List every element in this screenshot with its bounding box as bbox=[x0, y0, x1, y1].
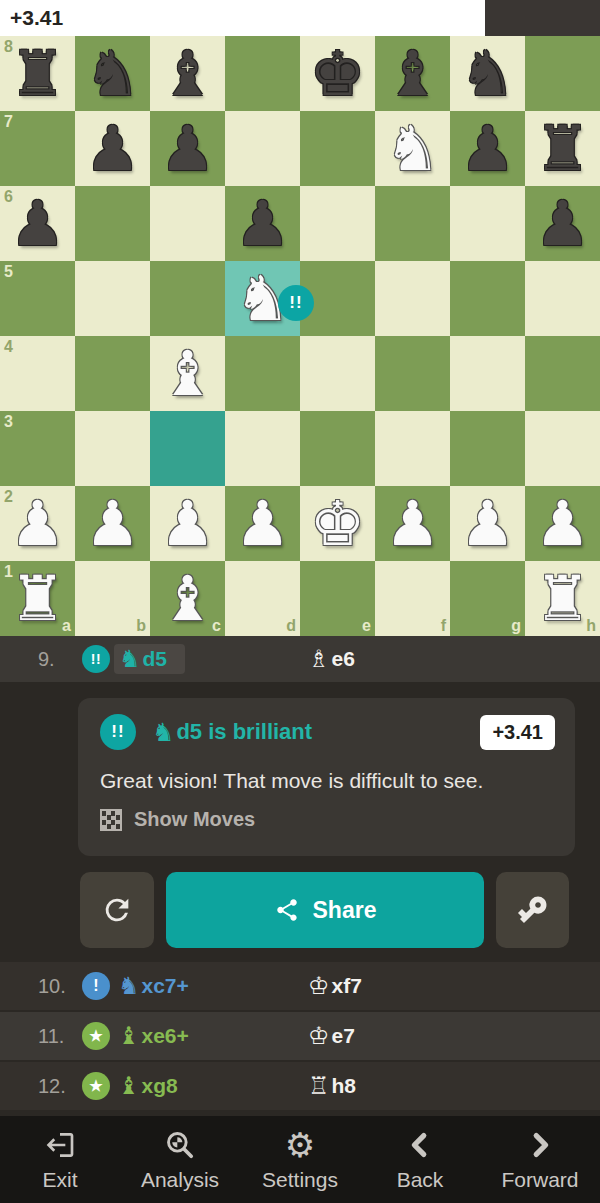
black-move[interactable]: ♔ xf7 bbox=[308, 974, 362, 998]
nav-item-analysis[interactable]: Analysis bbox=[120, 1116, 240, 1203]
square-g8[interactable]: ♞ bbox=[450, 36, 525, 111]
square-d3[interactable] bbox=[225, 411, 300, 486]
file-label-g: g bbox=[511, 618, 521, 634]
square-g6[interactable] bbox=[450, 186, 525, 261]
share-button[interactable]: Share bbox=[166, 872, 484, 948]
white-pawn: ♟ bbox=[10, 486, 66, 561]
move-row-9[interactable]: 9. !! ♞ d5 ♗ e6 bbox=[0, 636, 600, 682]
square-a1[interactable]: 1a♜ bbox=[0, 561, 75, 636]
square-e6[interactable] bbox=[300, 186, 375, 261]
rank-label-8: 8 bbox=[4, 39, 13, 55]
square-g2[interactable]: ♟ bbox=[450, 486, 525, 561]
square-g1[interactable]: g bbox=[450, 561, 525, 636]
white-rook: ♜ bbox=[535, 561, 591, 636]
black-knight: ♞ bbox=[460, 36, 516, 111]
move-row-11[interactable]: 11. ★ ♝ xe6+ ♔ e7 bbox=[0, 1012, 600, 1060]
show-moves-label: Show Moves bbox=[134, 808, 255, 831]
square-c4[interactable]: ♝ bbox=[150, 336, 225, 411]
white-move-text: xe6+ bbox=[142, 1024, 189, 1048]
chess-board[interactable]: !! 8♜♞♝♚♝♞7♟♟♞♟♜6♟♟♟5♞4♝32♟♟♟♟♚♟♟♟1a♜bc♝… bbox=[0, 36, 600, 636]
rank-label-3: 3 bbox=[4, 414, 13, 430]
square-c6[interactable] bbox=[150, 186, 225, 261]
rank-label-2: 2 bbox=[4, 489, 13, 505]
square-d6[interactable]: ♟ bbox=[225, 186, 300, 261]
checkerboard-icon bbox=[100, 809, 122, 831]
black-pawn: ♟ bbox=[10, 186, 66, 261]
square-b5[interactable] bbox=[75, 261, 150, 336]
nav-label-forward: Forward bbox=[501, 1168, 578, 1192]
king-figurine-icon: ♔ bbox=[308, 974, 330, 998]
rank-label-1: 1 bbox=[4, 564, 13, 580]
nav-item-forward[interactable]: Forward bbox=[480, 1116, 600, 1203]
nav-item-back[interactable]: Back bbox=[360, 1116, 480, 1203]
white-bishop: ♝ bbox=[160, 336, 216, 411]
square-h8[interactable] bbox=[525, 36, 600, 111]
white-pawn: ♟ bbox=[85, 486, 141, 561]
rank-label-4: 4 bbox=[4, 339, 13, 355]
square-b7[interactable]: ♟ bbox=[75, 111, 150, 186]
square-a5[interactable]: 5 bbox=[0, 261, 75, 336]
file-label-b: b bbox=[136, 618, 146, 634]
white-rook: ♜ bbox=[10, 561, 66, 636]
brilliant-move-badge: !! bbox=[278, 285, 314, 321]
settings-icon: ⚙ bbox=[285, 1129, 315, 1161]
rank-label-5: 5 bbox=[4, 264, 13, 280]
nav-label-settings: Settings bbox=[262, 1168, 338, 1192]
eval-score-pill: +3.41 bbox=[480, 715, 555, 750]
white-pawn: ♟ bbox=[535, 486, 591, 561]
move-row-12[interactable]: 12. ★ ♝ xg8 ♖ h8 bbox=[0, 1062, 600, 1110]
square-e3[interactable] bbox=[300, 411, 375, 486]
square-f1[interactable]: f bbox=[375, 561, 450, 636]
white-pawn: ♟ bbox=[160, 486, 216, 561]
white-move[interactable]: ♝ xg8 bbox=[118, 1074, 178, 1098]
move-number: 9. bbox=[38, 648, 82, 671]
square-a3[interactable]: 3 bbox=[0, 411, 75, 486]
card-header: !! ♞ d5 is brilliant +3.41 bbox=[78, 698, 575, 750]
eval-score: +3.41 bbox=[10, 0, 63, 36]
square-e4[interactable] bbox=[300, 336, 375, 411]
move-number: 11. bbox=[38, 1025, 82, 1048]
nav-item-exit[interactable]: Exit bbox=[0, 1116, 120, 1203]
knight-figurine-icon: ♞ bbox=[152, 720, 174, 745]
square-a4[interactable]: 4 bbox=[0, 336, 75, 411]
square-c5[interactable] bbox=[150, 261, 225, 336]
square-b8[interactable]: ♞ bbox=[75, 36, 150, 111]
file-label-f: f bbox=[441, 618, 446, 634]
current-move-pill[interactable]: ♞ d5 bbox=[114, 644, 185, 674]
share-icon bbox=[274, 897, 300, 923]
best-badge-icon: ★ bbox=[82, 1022, 110, 1050]
brilliant-badge-icon: !! bbox=[100, 714, 136, 750]
white-move[interactable]: ♞ xc7+ bbox=[118, 974, 189, 998]
black-move-text: e7 bbox=[332, 1024, 355, 1048]
square-h7[interactable]: ♜ bbox=[525, 111, 600, 186]
square-f2[interactable]: ♟ bbox=[375, 486, 450, 561]
square-a2[interactable]: 2♟ bbox=[0, 486, 75, 561]
square-b1[interactable]: b bbox=[75, 561, 150, 636]
knight-figurine-icon: ♞ bbox=[119, 647, 141, 671]
square-f6[interactable] bbox=[375, 186, 450, 261]
bishop-figurine-icon: ♝ bbox=[118, 1024, 140, 1048]
black-move-text: xf7 bbox=[332, 974, 362, 998]
file-label-e: e bbox=[362, 618, 371, 634]
white-move-text: xc7+ bbox=[142, 974, 189, 998]
black-pawn: ♟ bbox=[235, 186, 291, 261]
black-move[interactable]: ♔ e7 bbox=[308, 1024, 355, 1048]
square-c2[interactable]: ♟ bbox=[150, 486, 225, 561]
square-h4[interactable] bbox=[525, 336, 600, 411]
square-d4[interactable] bbox=[225, 336, 300, 411]
eval-bar: +3.41 bbox=[0, 0, 600, 36]
file-label-c: c bbox=[212, 618, 221, 634]
square-b6[interactable] bbox=[75, 186, 150, 261]
card-body-text: Great vision! That move is difficult to … bbox=[78, 750, 575, 793]
square-e1[interactable]: e bbox=[300, 561, 375, 636]
black-move-text: e6 bbox=[332, 647, 355, 671]
key-button[interactable] bbox=[496, 872, 569, 948]
square-e7[interactable] bbox=[300, 111, 375, 186]
eval-bar-black-segment bbox=[485, 0, 600, 36]
square-e2[interactable]: ♚ bbox=[300, 486, 375, 561]
move-row-10[interactable]: 10. ! ♞ xc7+ ♔ xf7 bbox=[0, 962, 600, 1010]
black-king: ♚ bbox=[310, 36, 366, 111]
square-g5[interactable] bbox=[450, 261, 525, 336]
brilliant-badge-icon: !! bbox=[82, 645, 110, 673]
square-c3[interactable] bbox=[150, 411, 225, 486]
file-label-h: h bbox=[586, 618, 596, 634]
black-bishop: ♝ bbox=[385, 36, 441, 111]
back-icon bbox=[405, 1129, 435, 1161]
black-move[interactable]: ♖ h8 bbox=[308, 1074, 356, 1098]
show-moves-button[interactable]: Show Moves bbox=[78, 793, 575, 831]
square-f7[interactable]: ♞ bbox=[375, 111, 450, 186]
square-g4[interactable] bbox=[450, 336, 525, 411]
square-f5[interactable] bbox=[375, 261, 450, 336]
black-pawn: ♟ bbox=[85, 111, 141, 186]
square-c8[interactable]: ♝ bbox=[150, 36, 225, 111]
rook-figurine-icon: ♖ bbox=[308, 1074, 330, 1098]
analysis-icon bbox=[164, 1129, 196, 1161]
move-number: 12. bbox=[38, 1075, 82, 1098]
square-h3[interactable] bbox=[525, 411, 600, 486]
black-knight: ♞ bbox=[85, 36, 141, 111]
key-icon bbox=[516, 893, 550, 927]
square-h1[interactable]: h♜ bbox=[525, 561, 600, 636]
square-b3[interactable] bbox=[75, 411, 150, 486]
square-g3[interactable] bbox=[450, 411, 525, 486]
rank-label-7: 7 bbox=[4, 114, 13, 130]
square-f8[interactable]: ♝ bbox=[375, 36, 450, 111]
white-move-text: d5 bbox=[143, 647, 168, 671]
refresh-icon bbox=[100, 893, 134, 927]
square-a6[interactable]: 6♟ bbox=[0, 186, 75, 261]
square-e8[interactable]: ♚ bbox=[300, 36, 375, 111]
black-move[interactable]: ♗ e6 bbox=[308, 647, 355, 671]
black-pawn: ♟ bbox=[160, 111, 216, 186]
nav-label-back: Back bbox=[397, 1168, 444, 1192]
white-pawn: ♟ bbox=[235, 486, 291, 561]
retry-button[interactable] bbox=[80, 872, 154, 948]
file-label-a: a bbox=[62, 618, 71, 634]
square-a7[interactable]: 7 bbox=[0, 111, 75, 186]
square-d2[interactable]: ♟ bbox=[225, 486, 300, 561]
black-bishop: ♝ bbox=[160, 36, 216, 111]
square-d7[interactable] bbox=[225, 111, 300, 186]
square-c7[interactable]: ♟ bbox=[150, 111, 225, 186]
rank-label-6: 6 bbox=[4, 189, 13, 205]
bottom-nav: Exit Analysis ⚙ Settings Back bbox=[0, 1116, 600, 1203]
square-f4[interactable] bbox=[375, 336, 450, 411]
white-knight: ♞ bbox=[385, 111, 441, 186]
card-title-text: d5 is brilliant bbox=[176, 719, 312, 745]
nav-label-exit: Exit bbox=[42, 1168, 77, 1192]
nav-label-analysis: Analysis bbox=[141, 1168, 219, 1192]
file-label-d: d bbox=[286, 618, 296, 634]
nav-item-settings[interactable]: ⚙ Settings bbox=[240, 1116, 360, 1203]
black-pawn: ♟ bbox=[460, 111, 516, 186]
square-d1[interactable]: d bbox=[225, 561, 300, 636]
share-label: Share bbox=[313, 897, 377, 924]
black-rook: ♜ bbox=[535, 111, 591, 186]
great-badge-icon: ! bbox=[82, 972, 110, 1000]
square-g7[interactable]: ♟ bbox=[450, 111, 525, 186]
black-rook: ♜ bbox=[10, 36, 66, 111]
square-h6[interactable]: ♟ bbox=[525, 186, 600, 261]
black-move-text: h8 bbox=[332, 1074, 357, 1098]
knight-figurine-icon: ♞ bbox=[118, 974, 140, 998]
exit-icon bbox=[44, 1129, 76, 1161]
square-f3[interactable] bbox=[375, 411, 450, 486]
square-b2[interactable]: ♟ bbox=[75, 486, 150, 561]
square-a8[interactable]: 8♜ bbox=[0, 36, 75, 111]
white-move-text: xg8 bbox=[142, 1074, 178, 1098]
white-pawn: ♟ bbox=[385, 486, 441, 561]
white-pawn: ♟ bbox=[460, 486, 516, 561]
forward-icon bbox=[525, 1129, 555, 1161]
white-move[interactable]: ♝ xe6+ bbox=[118, 1024, 189, 1048]
square-d8[interactable] bbox=[225, 36, 300, 111]
black-pawn: ♟ bbox=[535, 186, 591, 261]
square-b4[interactable] bbox=[75, 336, 150, 411]
white-bishop: ♝ bbox=[160, 561, 216, 636]
analysis-card: !! ♞ d5 is brilliant +3.41 Great vision!… bbox=[78, 698, 575, 856]
square-c1[interactable]: c♝ bbox=[150, 561, 225, 636]
white-king: ♚ bbox=[310, 486, 366, 561]
bishop-figurine-icon: ♗ bbox=[308, 647, 330, 671]
best-badge-icon: ★ bbox=[82, 1072, 110, 1100]
square-h5[interactable] bbox=[525, 261, 600, 336]
move-number: 10. bbox=[38, 975, 82, 998]
square-h2[interactable]: ♟ bbox=[525, 486, 600, 561]
analysis-section: !! ♞ d5 is brilliant +3.41 Great vision!… bbox=[0, 698, 600, 1116]
card-title: ♞ d5 is brilliant bbox=[152, 719, 312, 745]
action-buttons-row: Share bbox=[80, 872, 600, 948]
bishop-figurine-icon: ♝ bbox=[118, 1074, 140, 1098]
king-figurine-icon: ♔ bbox=[308, 1024, 330, 1048]
